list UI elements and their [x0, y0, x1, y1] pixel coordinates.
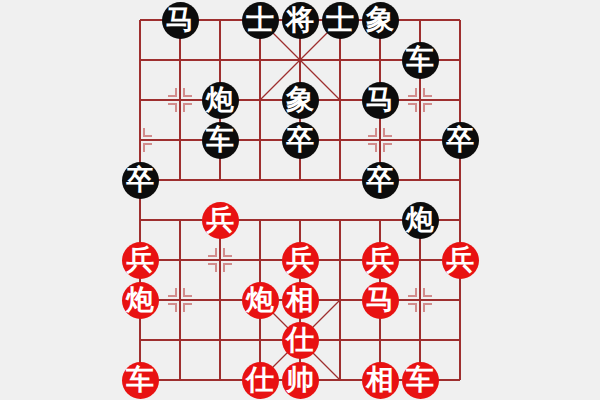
point-f6-r3[interactable]: [360, 120, 400, 160]
point-f5-r1[interactable]: [320, 40, 360, 80]
black-pawn-piece[interactable]: 卒: [122, 162, 159, 199]
point-f1-r0[interactable]: 马: [160, 0, 200, 40]
point-f5-r2[interactable]: [320, 80, 360, 120]
red-cannon-piece[interactable]: 炮: [122, 282, 159, 319]
point-f2-r8[interactable]: [200, 320, 240, 360]
point-f6-r8[interactable]: [360, 320, 400, 360]
red-advisor-piece[interactable]: 仕: [282, 322, 319, 359]
point-f0-r9[interactable]: 车: [120, 360, 160, 400]
point-f5-r3[interactable]: [320, 120, 360, 160]
black-horse-piece[interactable]: 马: [162, 2, 199, 39]
point-f7-r6[interactable]: [400, 240, 440, 280]
point-f2-r4[interactable]: [200, 160, 240, 200]
point-f5-r9[interactable]: [320, 360, 360, 400]
point-f7-r0[interactable]: [400, 0, 440, 40]
point-f2-r1[interactable]: [200, 40, 240, 80]
point-f0-r0[interactable]: [120, 0, 160, 40]
point-f5-r4[interactable]: [320, 160, 360, 200]
point-f3-r7[interactable]: 炮: [240, 280, 280, 320]
point-f3-r6[interactable]: [240, 240, 280, 280]
point-f6-r6[interactable]: 兵: [360, 240, 400, 280]
black-elephant-piece[interactable]: 象: [282, 82, 319, 119]
point-f4-r6[interactable]: 兵: [280, 240, 320, 280]
point-f3-r8[interactable]: [240, 320, 280, 360]
red-pawn-piece[interactable]: 兵: [282, 242, 319, 279]
point-f4-r4[interactable]: [280, 160, 320, 200]
red-cannon-piece[interactable]: 炮: [242, 282, 279, 319]
point-f4-r9[interactable]: 帅: [280, 360, 320, 400]
point-f7-r4[interactable]: [400, 160, 440, 200]
point-f2-r9[interactable]: [200, 360, 240, 400]
point-f8-r0[interactable]: [440, 0, 480, 40]
point-f4-r1[interactable]: [280, 40, 320, 80]
point-f2-r7[interactable]: [200, 280, 240, 320]
point-f6-r2[interactable]: 马: [360, 80, 400, 120]
point-f5-r5[interactable]: [320, 200, 360, 240]
black-cannon-piece[interactable]: 炮: [402, 202, 439, 239]
black-pawn-piece[interactable]: 卒: [362, 162, 399, 199]
point-f5-r7[interactable]: [320, 280, 360, 320]
point-f8-r4[interactable]: [440, 160, 480, 200]
board-points: 马士将士象车炮象马车卒卒卒卒兵炮兵兵兵兵炮炮相马仕车仕帅相车: [120, 0, 480, 400]
point-f8-r5[interactable]: [440, 200, 480, 240]
red-advisor-piece[interactable]: 仕: [242, 362, 279, 399]
point-f4-r8[interactable]: 仕: [280, 320, 320, 360]
red-chariot-piece[interactable]: 车: [402, 362, 439, 399]
point-f7-r3[interactable]: [400, 120, 440, 160]
red-pawn-piece[interactable]: 兵: [202, 202, 239, 239]
black-pawn-piece[interactable]: 卒: [282, 122, 319, 159]
point-f1-r8[interactable]: [160, 320, 200, 360]
red-pawn-piece[interactable]: 兵: [362, 242, 399, 279]
point-f1-r9[interactable]: [160, 360, 200, 400]
point-f8-r8[interactable]: [440, 320, 480, 360]
point-f4-r0[interactable]: 将: [280, 0, 320, 40]
point-f7-r7[interactable]: [400, 280, 440, 320]
point-f1-r2[interactable]: [160, 80, 200, 120]
point-f1-r3[interactable]: [160, 120, 200, 160]
point-f0-r6[interactable]: 兵: [120, 240, 160, 280]
point-f8-r1[interactable]: [440, 40, 480, 80]
point-f6-r1[interactable]: [360, 40, 400, 80]
red-pawn-piece[interactable]: 兵: [122, 242, 159, 279]
point-f3-r1[interactable]: [240, 40, 280, 80]
point-f2-r6[interactable]: [200, 240, 240, 280]
black-advisor-piece[interactable]: 士: [322, 2, 359, 39]
point-f7-r9[interactable]: 车: [400, 360, 440, 400]
point-f0-r5[interactable]: [120, 200, 160, 240]
point-f0-r8[interactable]: [120, 320, 160, 360]
point-f7-r2[interactable]: [400, 80, 440, 120]
black-chariot-piece[interactable]: 车: [202, 122, 239, 159]
point-f6-r0[interactable]: 象: [360, 0, 400, 40]
xiangqi-board: 马士将士象车炮象马车卒卒卒卒兵炮兵兵兵兵炮炮相马仕车仕帅相车: [0, 0, 600, 400]
point-f0-r4[interactable]: 卒: [120, 160, 160, 200]
point-f6-r4[interactable]: 卒: [360, 160, 400, 200]
point-f5-r6[interactable]: [320, 240, 360, 280]
black-general-piece[interactable]: 将: [282, 2, 319, 39]
point-f8-r3[interactable]: 卒: [440, 120, 480, 160]
point-f7-r1[interactable]: 车: [400, 40, 440, 80]
black-pawn-piece[interactable]: 卒: [442, 122, 479, 159]
point-f8-r6[interactable]: 兵: [440, 240, 480, 280]
point-f6-r9[interactable]: 相: [360, 360, 400, 400]
point-f2-r3[interactable]: 车: [200, 120, 240, 160]
point-f3-r2[interactable]: [240, 80, 280, 120]
point-f5-r8[interactable]: [320, 320, 360, 360]
point-f8-r2[interactable]: [440, 80, 480, 120]
point-f3-r4[interactable]: [240, 160, 280, 200]
point-f4-r7[interactable]: 相: [280, 280, 320, 320]
point-f0-r1[interactable]: [120, 40, 160, 80]
point-f7-r8[interactable]: [400, 320, 440, 360]
point-f7-r5[interactable]: 炮: [400, 200, 440, 240]
black-chariot-piece[interactable]: 车: [402, 42, 439, 79]
red-chariot-piece[interactable]: 车: [122, 362, 159, 399]
point-f4-r3[interactable]: 卒: [280, 120, 320, 160]
point-f1-r1[interactable]: [160, 40, 200, 80]
point-f6-r5[interactable]: [360, 200, 400, 240]
black-cannon-piece[interactable]: 炮: [202, 82, 239, 119]
point-f4-r2[interactable]: 象: [280, 80, 320, 120]
point-f5-r0[interactable]: 士: [320, 0, 360, 40]
point-f1-r6[interactable]: [160, 240, 200, 280]
point-f8-r7[interactable]: [440, 280, 480, 320]
point-f8-r9[interactable]: [440, 360, 480, 400]
point-f3-r3[interactable]: [240, 120, 280, 160]
red-horse-piece[interactable]: 马: [362, 282, 399, 319]
point-f3-r9[interactable]: 仕: [240, 360, 280, 400]
red-elephant-piece[interactable]: 相: [362, 362, 399, 399]
point-f3-r5[interactable]: [240, 200, 280, 240]
point-f1-r7[interactable]: [160, 280, 200, 320]
red-general-piece[interactable]: 帅: [282, 362, 319, 399]
point-f1-r4[interactable]: [160, 160, 200, 200]
black-horse-piece[interactable]: 马: [362, 82, 399, 119]
point-f0-r7[interactable]: 炮: [120, 280, 160, 320]
point-f2-r2[interactable]: 炮: [200, 80, 240, 120]
point-f4-r5[interactable]: [280, 200, 320, 240]
black-advisor-piece[interactable]: 士: [242, 2, 279, 39]
point-f2-r5[interactable]: 兵: [200, 200, 240, 240]
point-f1-r5[interactable]: [160, 200, 200, 240]
point-f3-r0[interactable]: 士: [240, 0, 280, 40]
point-f6-r7[interactable]: 马: [360, 280, 400, 320]
red-elephant-piece[interactable]: 相: [282, 282, 319, 319]
point-f2-r0[interactable]: [200, 0, 240, 40]
point-f0-r2[interactable]: [120, 80, 160, 120]
black-elephant-piece[interactable]: 象: [362, 2, 399, 39]
red-pawn-piece[interactable]: 兵: [442, 242, 479, 279]
point-f0-r3[interactable]: [120, 120, 160, 160]
